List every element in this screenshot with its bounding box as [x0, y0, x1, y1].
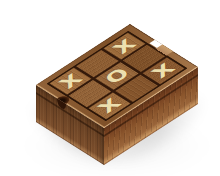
tictactoe-box-photo: X X O X X [0, 0, 220, 176]
